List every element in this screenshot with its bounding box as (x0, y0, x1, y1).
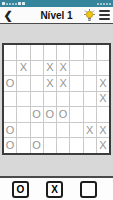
cell-r3c7[interactable] (84, 76, 96, 91)
erase-button[interactable] (80, 181, 97, 198)
cell-r3c1[interactable]: O (4, 76, 16, 91)
cell-r1c8[interactable] (97, 45, 109, 60)
cell-r6c7[interactable]: X (84, 123, 96, 138)
notification-icon (6, 3, 8, 5)
cell-r3c5[interactable]: X (57, 76, 69, 91)
cell-r4c2[interactable] (17, 92, 29, 107)
cell-r4c8[interactable]: X (97, 92, 109, 107)
cell-r1c5[interactable] (57, 45, 69, 60)
cell-r4c7[interactable] (84, 92, 96, 107)
cell-r5c5[interactable]: O (57, 107, 69, 122)
puzzle-board: XXXOXXXXOOOOXXOOX (2, 43, 111, 155)
cell-r1c4[interactable] (44, 45, 56, 60)
system-status-icons (97, 3, 111, 5)
cell-r7c4[interactable] (44, 138, 56, 153)
cell-r6c8[interactable]: X (97, 123, 109, 138)
clock-icon (106, 3, 108, 5)
mark-x-button[interactable]: X (46, 181, 63, 198)
cell-r2c3[interactable] (31, 61, 43, 76)
cell-r6c3[interactable] (31, 123, 43, 138)
battery-icon (103, 3, 105, 5)
cell-r3c4[interactable]: X (44, 76, 56, 91)
cell-r7c2[interactable] (17, 138, 29, 153)
cell-r5c2[interactable] (17, 107, 29, 122)
cell-r7c1[interactable]: O (4, 138, 16, 153)
cell-r4c4[interactable] (44, 92, 56, 107)
cell-r5c1[interactable] (4, 107, 16, 122)
cell-r1c6[interactable] (70, 45, 82, 60)
cell-r7c8[interactable]: X (97, 138, 109, 153)
cell-r2c7[interactable] (84, 61, 96, 76)
cell-r6c6[interactable] (70, 123, 82, 138)
signal-icon (97, 3, 99, 5)
cell-r3c2[interactable] (17, 76, 29, 91)
bottom-toolbar: O X (0, 176, 113, 200)
cell-r5c8[interactable] (97, 107, 109, 122)
header: ❮ Nível 1 (0, 7, 113, 24)
cell-r5c3[interactable]: O (31, 107, 43, 122)
cell-r1c7[interactable] (84, 45, 96, 60)
cell-r7c7[interactable] (84, 138, 96, 153)
cell-r3c6[interactable] (70, 76, 82, 91)
cell-r1c2[interactable] (17, 45, 29, 60)
cell-r2c6[interactable] (70, 61, 82, 76)
cell-r6c5[interactable] (57, 123, 69, 138)
app-screen: ❮ Nível 1 XXXOXXXXOOOOXXOOX O (0, 0, 113, 200)
notification-icons (2, 2, 25, 5)
clock-icon (109, 3, 111, 5)
cell-r1c1[interactable] (4, 45, 16, 60)
cell-r4c1[interactable] (4, 92, 16, 107)
cell-r7c6[interactable] (70, 138, 82, 153)
cell-r7c3[interactable]: O (31, 138, 43, 153)
hamburger-menu-icon[interactable] (99, 8, 110, 22)
cell-r5c7[interactable] (84, 107, 96, 122)
cell-r6c4[interactable] (44, 123, 56, 138)
cell-r4c3[interactable] (31, 92, 43, 107)
notification-icon (9, 3, 11, 5)
cell-r7c5[interactable] (57, 138, 69, 153)
cell-r2c2[interactable]: X (17, 61, 29, 76)
wifi-icon (100, 3, 102, 5)
cell-r2c4[interactable]: X (44, 61, 56, 76)
cell-r3c8[interactable]: X (97, 76, 109, 91)
cell-r4c6[interactable] (70, 92, 82, 107)
cell-r4c5[interactable] (57, 92, 69, 107)
cell-r2c5[interactable]: X (57, 61, 69, 76)
cell-r1c3[interactable] (31, 45, 43, 60)
notification-icon (22, 2, 25, 5)
status-bar (0, 0, 113, 7)
mark-o-button[interactable]: O (12, 181, 29, 198)
cell-r3c3[interactable] (31, 76, 43, 91)
cell-r2c8[interactable] (97, 61, 109, 76)
notification-icon (18, 2, 21, 5)
notification-icon (15, 3, 17, 5)
back-button[interactable]: ❮ (0, 7, 16, 23)
cell-r6c2[interactable] (17, 123, 29, 138)
notification-icon (2, 2, 5, 5)
cell-r5c4[interactable]: O (44, 107, 56, 122)
cell-r6c1[interactable]: O (4, 123, 16, 138)
hint-lightbulb-icon[interactable] (84, 9, 95, 22)
cell-r5c6[interactable] (70, 107, 82, 122)
cell-r2c1[interactable] (4, 61, 16, 76)
notification-icon (12, 3, 14, 5)
